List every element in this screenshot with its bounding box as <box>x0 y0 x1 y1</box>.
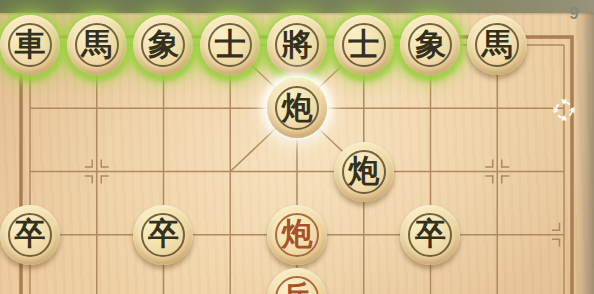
piece-black-elephant[interactable]: 象 <box>400 15 460 75</box>
piece-black-horse[interactable]: 馬 <box>67 15 127 75</box>
target-reticle-icon <box>550 96 578 124</box>
piece-layer: 車馬象士將士象馬炮炮卒卒炮卒兵 <box>0 13 594 294</box>
piece-glyph: 炮 <box>348 155 379 186</box>
piece-glyph: 炮 <box>281 92 312 123</box>
piece-glyph: 卒 <box>415 218 446 249</box>
piece-black-soldier[interactable]: 卒 <box>133 205 193 265</box>
piece-black-general[interactable]: 將 <box>267 15 327 75</box>
piece-glyph: 馬 <box>81 29 112 60</box>
piece-glyph: 車 <box>14 29 45 60</box>
piece-black-advisor[interactable]: 士 <box>200 15 260 75</box>
piece-black-elephant[interactable]: 象 <box>133 15 193 75</box>
piece-glyph: 象 <box>415 29 446 60</box>
piece-black-cannon[interactable]: 炮 <box>267 78 327 138</box>
table-felt-strip <box>0 0 594 13</box>
piece-red-soldier[interactable]: 兵 <box>267 268 327 294</box>
piece-glyph: 士 <box>348 29 379 60</box>
piece-glyph: 卒 <box>148 218 179 249</box>
piece-black-soldier[interactable]: 卒 <box>0 205 60 265</box>
piece-glyph: 將 <box>281 29 312 60</box>
piece-glyph: 士 <box>215 29 246 60</box>
piece-black-horse[interactable]: 馬 <box>467 15 527 75</box>
piece-glyph: 兵 <box>281 282 312 294</box>
piece-glyph: 象 <box>148 29 179 60</box>
xiangqi-game-screen: 9 車馬象士將士象馬炮炮卒卒炮卒兵 <box>0 0 594 294</box>
piece-black-advisor[interactable]: 士 <box>334 15 394 75</box>
piece-black-cannon[interactable]: 炮 <box>334 142 394 202</box>
piece-glyph: 馬 <box>482 29 513 60</box>
piece-glyph: 炮 <box>281 218 312 249</box>
piece-glyph: 卒 <box>14 218 45 249</box>
piece-black-soldier[interactable]: 卒 <box>400 205 460 265</box>
piece-red-cannon[interactable]: 炮 <box>267 205 327 265</box>
piece-black-chariot[interactable]: 車 <box>0 15 60 75</box>
